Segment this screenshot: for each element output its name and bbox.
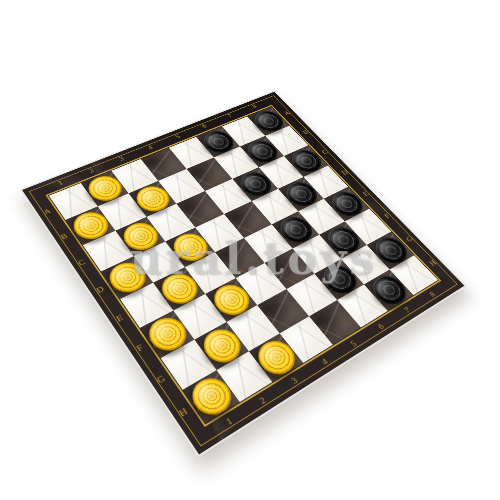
board-mat: ⛀⛂⛂⛀⛀⛂⛀⛂⛂⛀⛀⛂⛀⛂⛂⛀⛀⛂⛀⛂⛂⛀⛀⛂ 112233445566778… — [22, 92, 464, 455]
board-grid: ⛀⛂⛂⛀⛀⛂⛀⛂⛂⛀⛀⛂⛀⛂⛂⛀⛀⛂⛀⛂⛂⛀⛀⛂ — [49, 107, 438, 423]
photo-frame: ⛀⛂⛂⛀⛀⛂⛀⛂⛂⛀⛀⛂⛀⛂⛂⛀⛀⛂⛀⛂⛂⛀⛀⛂ 112233445566778… — [0, 0, 500, 500]
checkers-board: ⛀⛂⛂⛀⛀⛂⛀⛂⛂⛀⛀⛂⛀⛂⛂⛀⛀⛂⛀⛂⛂⛀⛀⛂ 112233445566778… — [22, 92, 464, 455]
